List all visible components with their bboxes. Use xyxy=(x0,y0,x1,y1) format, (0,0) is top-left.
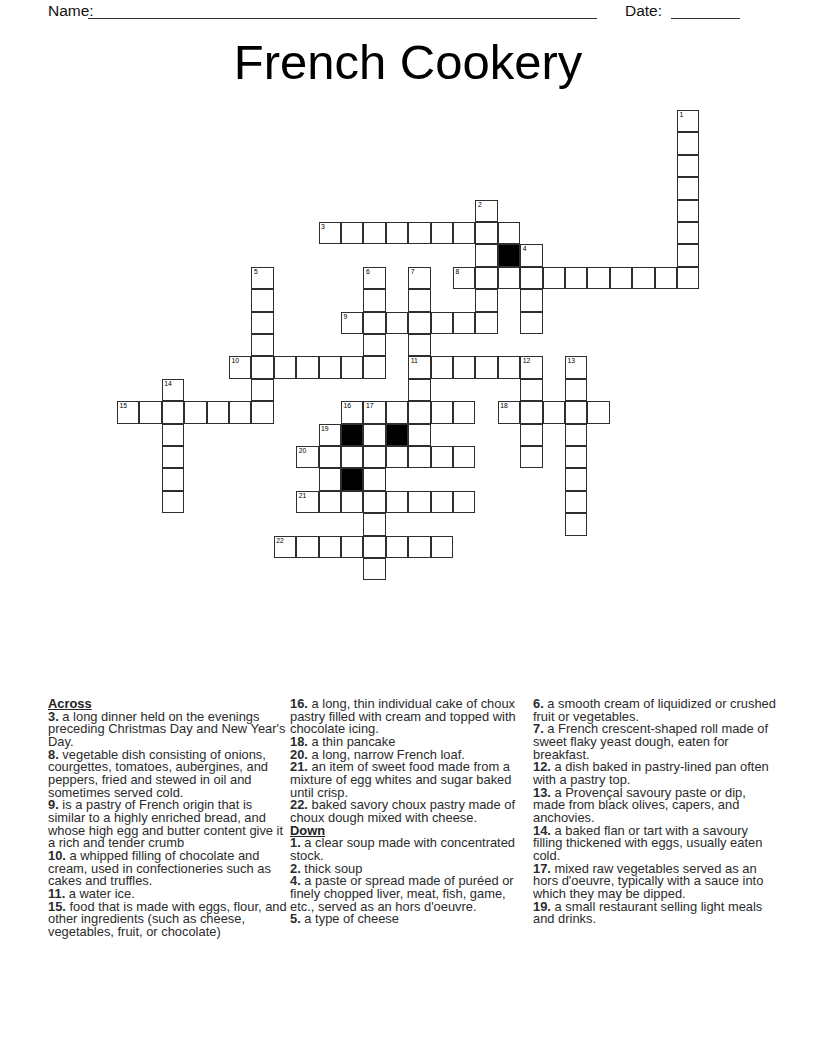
grid-cell[interactable] xyxy=(587,267,609,289)
grid-cell[interactable] xyxy=(677,132,699,154)
clue-text: an item of sweet food made from a mixtur… xyxy=(290,759,511,799)
clue-text: vegetable dish consisting of onions, cou… xyxy=(48,747,268,800)
grid-cell[interactable] xyxy=(587,401,609,423)
grid-cell[interactable] xyxy=(319,468,341,490)
grid-cell[interactable] xyxy=(520,312,542,334)
grid-cell[interactable] xyxy=(677,267,699,289)
grid-cell[interactable] xyxy=(475,244,497,266)
grid-cell[interactable]: 22 xyxy=(274,536,296,558)
grid-cell[interactable] xyxy=(162,424,184,446)
grid-cell[interactable] xyxy=(431,491,453,513)
grid-cell[interactable] xyxy=(431,401,453,423)
clue: 7. a French crescent-shaped roll made of… xyxy=(533,723,779,761)
grid-cell[interactable] xyxy=(543,401,565,423)
grid-cell[interactable] xyxy=(498,222,520,244)
clue: 22. baked savory choux pastry made of ch… xyxy=(290,799,531,824)
clue: 17. mixed raw vegetables served as an ho… xyxy=(533,863,779,901)
clue: 15. food that is made with eggs, flour, … xyxy=(48,901,289,939)
grid-cell[interactable] xyxy=(677,200,699,222)
grid-cell[interactable]: 8 xyxy=(453,267,475,289)
grid-cell[interactable] xyxy=(386,446,408,468)
grid-cell[interactable] xyxy=(341,491,363,513)
clue-number: 15 xyxy=(120,402,128,410)
clue-text: a dish baked in pastry-lined pan often w… xyxy=(533,759,769,787)
grid-cell[interactable] xyxy=(363,289,385,311)
clue: 16. a long, thin individual cake of chou… xyxy=(290,698,531,736)
clue-number: 9 xyxy=(344,313,348,321)
grid-cell[interactable] xyxy=(162,491,184,513)
clue: 19. a small restaurant selling light mea… xyxy=(533,901,779,926)
grid-cell[interactable] xyxy=(520,379,542,401)
clue-number: 6 xyxy=(366,268,370,276)
grid-cell[interactable] xyxy=(475,222,497,244)
grid-cell[interactable]: 1 xyxy=(677,110,699,132)
clue-text: mixed raw vegetables served as an hors d… xyxy=(533,861,763,901)
clue-number: 1 xyxy=(680,111,684,119)
grid-cell[interactable] xyxy=(610,267,632,289)
grid-cell[interactable] xyxy=(543,267,565,289)
grid-cell[interactable] xyxy=(296,356,318,378)
crossword-grid: 12345678910111213141516171819202122 xyxy=(117,110,701,582)
grid-cell[interactable]: 12 xyxy=(520,356,542,378)
grid-cell[interactable] xyxy=(363,513,385,535)
grid-cell[interactable] xyxy=(453,356,475,378)
clue-text: a baked flan or tart with a savoury fill… xyxy=(533,823,762,863)
grid-cell[interactable] xyxy=(408,491,430,513)
grid-cell[interactable]: 10 xyxy=(229,356,251,378)
grid-cell[interactable] xyxy=(632,267,654,289)
clue: 8. vegetable dish consisting of onions, … xyxy=(48,749,289,800)
black-cell xyxy=(386,424,408,446)
grid-cell[interactable]: 18 xyxy=(498,401,520,423)
grid-cell[interactable] xyxy=(251,312,273,334)
grid-cell[interactable]: 2 xyxy=(475,200,497,222)
grid-cell[interactable] xyxy=(498,267,520,289)
grid-cell[interactable]: 11 xyxy=(408,356,430,378)
grid-cell[interactable] xyxy=(184,401,206,423)
grid-cell[interactable] xyxy=(453,446,475,468)
grid-cell[interactable] xyxy=(251,334,273,356)
clue: 4. a paste or spread made of puréed or f… xyxy=(290,875,531,913)
grid-cell[interactable] xyxy=(520,289,542,311)
grid-cell[interactable] xyxy=(408,222,430,244)
grid-cell[interactable] xyxy=(363,536,385,558)
grid-cell[interactable]: 9 xyxy=(341,312,363,334)
grid-cell[interactable] xyxy=(363,334,385,356)
grid-cell[interactable] xyxy=(363,446,385,468)
grid-cell[interactable] xyxy=(565,468,587,490)
clues-column-3: 6. a smooth cream of liquidized or crush… xyxy=(533,698,779,926)
grid-cell[interactable] xyxy=(565,491,587,513)
grid-cell[interactable]: 14 xyxy=(162,379,184,401)
clue-text: a paste or spread made of puréed or fine… xyxy=(290,873,514,913)
grid-cell[interactable] xyxy=(453,401,475,423)
clue-number: 21 xyxy=(299,492,307,500)
clue: 10. a whipped filling of chocolate and c… xyxy=(48,850,289,888)
clues-column-2: 16. a long, thin individual cake of chou… xyxy=(290,698,531,926)
grid-cell[interactable] xyxy=(408,536,430,558)
grid-cell[interactable]: 15 xyxy=(117,401,139,423)
clue: 13. a Provençal savoury paste or dip, ma… xyxy=(533,787,779,825)
grid-cell[interactable] xyxy=(363,491,385,513)
name-write-line xyxy=(88,1,597,19)
clue-number: 20 xyxy=(299,447,307,455)
grid-cell[interactable] xyxy=(341,446,363,468)
grid-cell[interactable]: 6 xyxy=(363,267,385,289)
grid-cell[interactable] xyxy=(453,312,475,334)
grid-cell[interactable] xyxy=(475,289,497,311)
grid-cell[interactable] xyxy=(431,356,453,378)
clue-number: 17 xyxy=(366,402,374,410)
clue-text: a Provençal savoury paste or dip, made f… xyxy=(533,785,746,825)
grid-cell[interactable] xyxy=(408,401,430,423)
clue-text: a clear soup made with concentrated stoc… xyxy=(290,835,515,863)
grid-cell[interactable] xyxy=(386,312,408,334)
clue: 5. a type of cheese xyxy=(290,913,531,926)
black-cell xyxy=(341,424,363,446)
clue-number: 5 xyxy=(254,268,258,276)
grid-cell[interactable]: 20 xyxy=(296,446,318,468)
grid-cell[interactable]: 4 xyxy=(520,244,542,266)
grid-cell[interactable]: 3 xyxy=(319,222,341,244)
grid-cell[interactable] xyxy=(251,379,273,401)
grid-cell[interactable]: 21 xyxy=(296,491,318,513)
clue-number: 7 xyxy=(411,268,415,276)
clue: 9. is a pastry of French origin that is … xyxy=(48,799,289,850)
grid-cell[interactable] xyxy=(565,267,587,289)
grid-cell[interactable] xyxy=(363,558,385,580)
grid-cell[interactable] xyxy=(565,379,587,401)
grid-cell[interactable] xyxy=(475,312,497,334)
grid-cell[interactable] xyxy=(319,356,341,378)
clue-number: 10 xyxy=(232,357,240,365)
grid-cell[interactable] xyxy=(431,536,453,558)
grid-cell[interactable] xyxy=(296,536,318,558)
grid-cell[interactable] xyxy=(408,289,430,311)
grid-cell[interactable] xyxy=(475,267,497,289)
grid-cell[interactable] xyxy=(677,244,699,266)
grid-cell[interactable] xyxy=(363,424,385,446)
clue: 14. a baked flan or tart with a savoury … xyxy=(533,825,779,863)
grid-cell[interactable] xyxy=(408,446,430,468)
grid-cell[interactable] xyxy=(677,222,699,244)
grid-cell[interactable] xyxy=(677,177,699,199)
clue-text: a type of cheese xyxy=(304,911,399,926)
clue: 1. a clear soup made with concentrated s… xyxy=(290,837,531,862)
grid-cell[interactable] xyxy=(207,401,229,423)
grid-cell[interactable] xyxy=(363,468,385,490)
clue-text: a long, thin individual cake of choux pa… xyxy=(290,696,516,736)
grid-cell[interactable] xyxy=(386,222,408,244)
grid-cell[interactable]: 17 xyxy=(363,401,385,423)
clue-number: 8 xyxy=(456,268,460,276)
clue-text: a smooth cream of liquidized or crushed … xyxy=(533,696,776,724)
page-title: French Cookery xyxy=(0,34,816,90)
grid-cell[interactable] xyxy=(251,356,273,378)
grid-cell[interactable] xyxy=(229,401,251,423)
grid-cell[interactable] xyxy=(655,267,677,289)
clue-number: 3 xyxy=(321,223,325,231)
grid-cell[interactable] xyxy=(363,222,385,244)
grid-cell[interactable] xyxy=(677,155,699,177)
grid-cell[interactable] xyxy=(565,424,587,446)
clue: 3. a long dinner held on the evenings pr… xyxy=(48,711,289,749)
grid-cell[interactable] xyxy=(341,536,363,558)
grid-cell[interactable] xyxy=(139,401,161,423)
clue-text: food that is made with eggs, flour, and … xyxy=(48,899,287,939)
grid-cell[interactable]: 19 xyxy=(319,424,341,446)
clue-number: 16 xyxy=(344,402,352,410)
clue-text: a small restaurant selling light meals a… xyxy=(533,899,762,927)
grid-cell[interactable]: 16 xyxy=(341,401,363,423)
grid-cell[interactable]: 7 xyxy=(408,267,430,289)
clue-number: 19 xyxy=(321,425,329,433)
grid-cell[interactable] xyxy=(363,356,385,378)
clue-text: a whipped filling of chocolate and cream… xyxy=(48,848,271,888)
grid-cell[interactable] xyxy=(386,536,408,558)
clue: 21. an item of sweet food made from a mi… xyxy=(290,761,531,799)
grid-cell[interactable] xyxy=(520,401,542,423)
clue-number: 22 xyxy=(276,537,284,545)
grid-cell[interactable] xyxy=(319,536,341,558)
grid-cell[interactable] xyxy=(408,379,430,401)
grid-cell[interactable] xyxy=(408,334,430,356)
grid-cell[interactable] xyxy=(565,446,587,468)
grid-cell[interactable] xyxy=(520,267,542,289)
grid-cell[interactable] xyxy=(341,222,363,244)
grid-cell[interactable] xyxy=(251,401,273,423)
clue: 6. a smooth cream of liquidized or crush… xyxy=(533,698,779,723)
clue-text: a long dinner held on the evenings prece… xyxy=(48,709,285,749)
grid-cell[interactable]: 13 xyxy=(565,356,587,378)
grid-cell[interactable] xyxy=(341,356,363,378)
grid-cell[interactable] xyxy=(162,446,184,468)
clue-number: 2 xyxy=(478,201,482,209)
grid-cell[interactable] xyxy=(498,356,520,378)
clue-number: 18 xyxy=(500,402,508,410)
grid-cell[interactable] xyxy=(386,401,408,423)
grid-cell[interactable] xyxy=(520,446,542,468)
clues-column-1: Across 3. a long dinner held on the even… xyxy=(48,698,289,938)
grid-cell[interactable] xyxy=(162,468,184,490)
grid-cell[interactable] xyxy=(520,424,542,446)
grid-cell[interactable]: 5 xyxy=(251,267,273,289)
clue-number: 11 xyxy=(411,357,418,365)
grid-cell[interactable] xyxy=(386,491,408,513)
grid-cell[interactable] xyxy=(274,356,296,378)
grid-cell[interactable] xyxy=(453,491,475,513)
grid-cell[interactable] xyxy=(363,312,385,334)
grid-cell[interactable] xyxy=(251,289,273,311)
grid-cell[interactable] xyxy=(453,222,475,244)
grid-cell[interactable] xyxy=(408,424,430,446)
grid-cell[interactable] xyxy=(162,401,184,423)
clue-text: is a pastry of French origin that is sim… xyxy=(48,797,283,850)
grid-cell[interactable] xyxy=(319,446,341,468)
clue-text: a French crescent-shaped roll made of sw… xyxy=(533,721,768,761)
date-write-line xyxy=(671,1,740,19)
grid-cell[interactable] xyxy=(431,312,453,334)
clue: 12. a dish baked in pastry-lined pan oft… xyxy=(533,761,779,786)
grid-cell[interactable] xyxy=(565,401,587,423)
date-label: Date: xyxy=(625,2,662,20)
grid-cell[interactable] xyxy=(475,356,497,378)
grid-cell[interactable] xyxy=(408,312,430,334)
clue-number: 5. xyxy=(290,911,301,926)
clue-number: 4 xyxy=(523,245,527,253)
grid-cell[interactable] xyxy=(319,491,341,513)
clue-number: 14 xyxy=(164,380,172,388)
black-cell xyxy=(498,244,520,266)
clue-number: 12 xyxy=(523,357,531,365)
grid-cell[interactable] xyxy=(431,446,453,468)
grid-cell[interactable] xyxy=(431,222,453,244)
grid-cell[interactable] xyxy=(565,513,587,535)
name-label: Name: xyxy=(48,2,94,20)
clue-number: 13 xyxy=(568,357,576,365)
clue-text: baked savory choux pastry made of choux … xyxy=(290,797,515,825)
black-cell xyxy=(341,468,363,490)
